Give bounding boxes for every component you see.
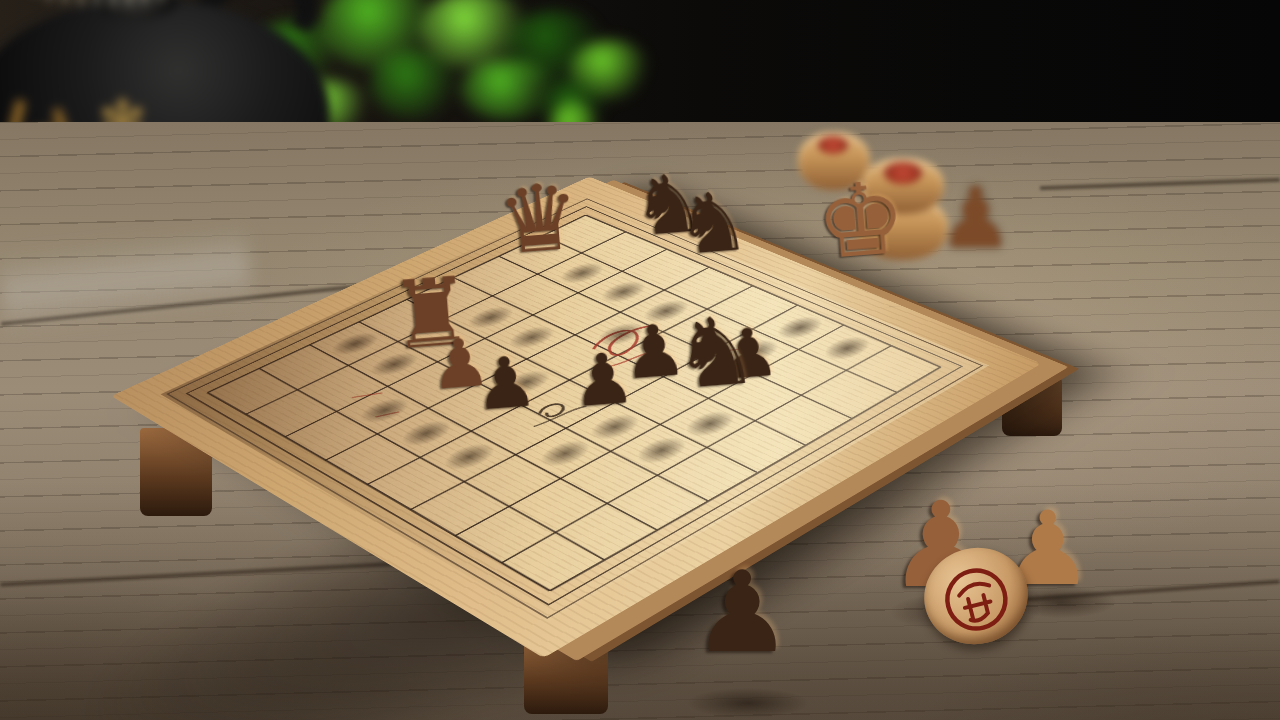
piece-shadow [593, 277, 653, 306]
knight-glyph: ♞ [587, 142, 666, 229]
board-cell [259, 345, 348, 390]
board-surface: ♝♟♛♟♞♞♞♜♟♟♟♟♟♟♞♟♟♚♟ [207, 215, 940, 591]
board-cell [498, 235, 582, 274]
knight-glyph: ♞ [629, 162, 708, 248]
pawn-glyph: ♟ [471, 346, 539, 421]
pawn-piece[interactable]: ♟ [605, 402, 673, 477]
knight-glyph: ♞ [669, 302, 761, 403]
pawn-glyph: ♟ [761, 252, 822, 319]
knight-piece[interactable]: ♞ [718, 382, 810, 483]
pawn-glyph: ♟ [624, 236, 683, 301]
piece-layer: ♝♟♛♟♞♞♞♜♟♟♟♟♟♟♞♟♟♚♟ [207, 215, 940, 591]
board-cell [578, 271, 665, 312]
pawn-glyph: ♟ [854, 252, 913, 317]
pawn-piece[interactable]: ♟ [793, 304, 854, 371]
board-cell [543, 215, 626, 253]
queen-glyph: ♛ [494, 171, 583, 269]
pawn-glyph: ♟ [528, 282, 589, 349]
offboard-knobbed-piece[interactable]: ♟ [692, 556, 792, 668]
pawn-piece[interactable]: ♟ [885, 303, 944, 368]
piece-shadow [323, 329, 385, 360]
board-cell [582, 232, 666, 271]
board-cell [623, 250, 709, 290]
board-cell [310, 322, 398, 366]
prop-shadow [688, 688, 808, 718]
knight-glyph: ♞ [672, 179, 752, 267]
piece-shadow [351, 394, 416, 427]
pawn-glyph: ♟ [568, 343, 636, 418]
pawn-piece[interactable]: ♟ [507, 406, 575, 481]
photo-scene: ✻ ♟ [0, 0, 1280, 720]
knight-piece[interactable]: ♞ [629, 210, 708, 297]
